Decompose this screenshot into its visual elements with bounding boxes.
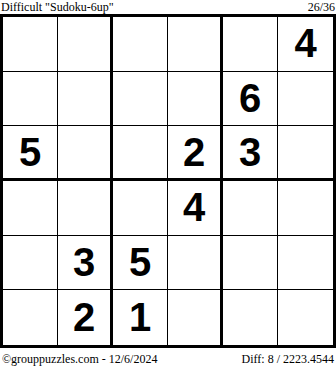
cell-r2c6-empty[interactable]: [278, 72, 333, 127]
cell-r1c5-empty[interactable]: [223, 17, 278, 72]
cell-r5c5-empty[interactable]: [223, 236, 278, 291]
cell-r4c6-empty[interactable]: [278, 181, 333, 236]
cell-r4c3-empty[interactable]: [113, 181, 168, 236]
cell-r4c1-empty[interactable]: [3, 181, 58, 236]
footer: ©grouppuzzles.com - 12/6/2024 Diff: 8 / …: [0, 348, 336, 370]
cell-r3c1-given: 5: [3, 126, 58, 181]
puzzle-title: Difficult "Sudoku-6up": [1, 1, 114, 14]
cell-r1c4-empty[interactable]: [168, 17, 223, 72]
cell-r2c1-empty[interactable]: [3, 72, 58, 127]
cell-r3c5-given: 3: [223, 126, 278, 181]
cell-r6c1-empty[interactable]: [3, 290, 58, 345]
cell-r6c6-empty[interactable]: [278, 290, 333, 345]
sudoku-board: 4652343521: [0, 14, 336, 348]
cell-r5c4-empty[interactable]: [168, 236, 223, 291]
difficulty-rating: Diff: 8 / 2223.4544: [242, 352, 334, 367]
cell-r5c6-empty[interactable]: [278, 236, 333, 291]
cell-r3c2-empty[interactable]: [58, 126, 113, 181]
cell-r2c3-empty[interactable]: [113, 72, 168, 127]
cell-r5c2-given: 3: [58, 236, 113, 291]
header: Difficult "Sudoku-6up" 26/36: [0, 0, 336, 14]
cell-r3c6-empty[interactable]: [278, 126, 333, 181]
cell-r2c4-empty[interactable]: [168, 72, 223, 127]
copyright-text: ©grouppuzzles.com - 12/6/2024: [2, 352, 157, 367]
cell-r2c2-empty[interactable]: [58, 72, 113, 127]
cell-r3c3-empty[interactable]: [113, 126, 168, 181]
cell-r1c3-empty[interactable]: [113, 17, 168, 72]
cell-r1c2-empty[interactable]: [58, 17, 113, 72]
cell-r6c4-empty[interactable]: [168, 290, 223, 345]
cell-r2c5-given: 6: [223, 72, 278, 127]
cell-r3c4-given: 2: [168, 126, 223, 181]
cell-r1c6-given: 4: [278, 17, 333, 72]
cells-remaining-counter: 26/36: [308, 1, 335, 14]
cell-r5c3-given: 5: [113, 236, 168, 291]
cell-r6c3-given: 1: [113, 290, 168, 345]
cell-r1c1-empty[interactable]: [3, 17, 58, 72]
cell-r4c2-empty[interactable]: [58, 181, 113, 236]
cell-r6c5-empty[interactable]: [223, 290, 278, 345]
cell-r4c5-empty[interactable]: [223, 181, 278, 236]
cell-r4c4-given: 4: [168, 181, 223, 236]
cell-r6c2-given: 2: [58, 290, 113, 345]
cell-r5c1-empty[interactable]: [3, 236, 58, 291]
